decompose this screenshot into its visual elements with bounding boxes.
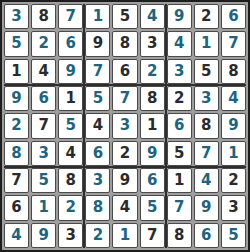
cell-r2c1[interactable]: 5 (4, 31, 29, 56)
cell-r4c6[interactable]: 8 (140, 86, 165, 111)
cell-r5c2[interactable]: 7 (31, 113, 56, 138)
cell-r3c9[interactable]: 8 (221, 59, 246, 84)
cell-r2c4[interactable]: 9 (85, 31, 110, 56)
box-2-3: 234689571 (167, 86, 246, 166)
cell-r1c6[interactable]: 4 (140, 4, 165, 29)
cell-r6c2[interactable]: 3 (31, 141, 56, 166)
cell-r8c1[interactable]: 6 (4, 195, 29, 220)
box-1-3: 926417358 (167, 4, 246, 84)
box-2-2: 578431629 (85, 86, 164, 166)
cell-r1c8[interactable]: 2 (194, 4, 219, 29)
cell-r2c6[interactable]: 3 (140, 31, 165, 56)
cell-r9c3[interactable]: 3 (58, 223, 83, 248)
cell-r9c7[interactable]: 8 (167, 223, 192, 248)
cell-r7c2[interactable]: 5 (31, 168, 56, 193)
cell-r8c9[interactable]: 3 (221, 195, 246, 220)
cell-r5c1[interactable]: 2 (4, 113, 29, 138)
cell-r9c1[interactable]: 4 (4, 223, 29, 248)
cell-r7c8[interactable]: 4 (194, 168, 219, 193)
cell-r6c3[interactable]: 4 (58, 141, 83, 166)
cell-r5c4[interactable]: 4 (85, 113, 110, 138)
cell-r9c2[interactable]: 9 (31, 223, 56, 248)
cell-r5c5[interactable]: 3 (112, 113, 137, 138)
cell-r2c9[interactable]: 7 (221, 31, 246, 56)
cell-r3c8[interactable]: 5 (194, 59, 219, 84)
cell-r6c5[interactable]: 2 (112, 141, 137, 166)
cell-r5c7[interactable]: 6 (167, 113, 192, 138)
cell-r2c8[interactable]: 1 (194, 31, 219, 56)
cell-r8c2[interactable]: 1 (31, 195, 56, 220)
sudoku-board: 3875261491549837629264173589612758345784… (0, 0, 250, 252)
cell-r5c9[interactable]: 9 (221, 113, 246, 138)
cell-r5c8[interactable]: 8 (194, 113, 219, 138)
cell-r3c5[interactable]: 6 (112, 59, 137, 84)
cell-r6c7[interactable]: 5 (167, 141, 192, 166)
cell-r1c3[interactable]: 7 (58, 4, 83, 29)
box-3-2: 396845217 (85, 168, 164, 248)
cell-r4c7[interactable]: 2 (167, 86, 192, 111)
cell-r1c5[interactable]: 5 (112, 4, 137, 29)
cell-r8c3[interactable]: 2 (58, 195, 83, 220)
box-3-3: 142793865 (167, 168, 246, 248)
cell-r3c3[interactable]: 9 (58, 59, 83, 84)
cell-r7c3[interactable]: 8 (58, 168, 83, 193)
cell-r4c3[interactable]: 1 (58, 86, 83, 111)
cell-r7c4[interactable]: 3 (85, 168, 110, 193)
cell-r8c5[interactable]: 4 (112, 195, 137, 220)
cell-r6c1[interactable]: 8 (4, 141, 29, 166)
cell-r3c6[interactable]: 2 (140, 59, 165, 84)
cell-r6c9[interactable]: 1 (221, 141, 246, 166)
cell-r5c6[interactable]: 1 (140, 113, 165, 138)
cell-r4c2[interactable]: 6 (31, 86, 56, 111)
cell-r7c9[interactable]: 2 (221, 168, 246, 193)
box-3-1: 758612493 (4, 168, 83, 248)
cell-r1c2[interactable]: 8 (31, 4, 56, 29)
cell-r9c5[interactable]: 1 (112, 223, 137, 248)
cell-r8c7[interactable]: 7 (167, 195, 192, 220)
cell-r3c1[interactable]: 1 (4, 59, 29, 84)
cell-r6c6[interactable]: 9 (140, 141, 165, 166)
cell-r8c4[interactable]: 8 (85, 195, 110, 220)
cell-r7c5[interactable]: 9 (112, 168, 137, 193)
cell-r3c2[interactable]: 4 (31, 59, 56, 84)
cell-r1c4[interactable]: 1 (85, 4, 110, 29)
cell-r4c4[interactable]: 5 (85, 86, 110, 111)
box-1-1: 387526149 (4, 4, 83, 84)
cell-r1c7[interactable]: 9 (167, 4, 192, 29)
cell-r4c8[interactable]: 3 (194, 86, 219, 111)
cell-r2c5[interactable]: 8 (112, 31, 137, 56)
cell-r7c7[interactable]: 1 (167, 168, 192, 193)
cell-r9c4[interactable]: 2 (85, 223, 110, 248)
cell-r6c4[interactable]: 6 (85, 141, 110, 166)
cell-r4c5[interactable]: 7 (112, 86, 137, 111)
cell-r5c3[interactable]: 5 (58, 113, 83, 138)
cell-r7c6[interactable]: 6 (140, 168, 165, 193)
cell-r1c9[interactable]: 6 (221, 4, 246, 29)
sudoku-box-grid: 3875261491549837629264173589612758345784… (4, 4, 246, 248)
cell-r6c8[interactable]: 7 (194, 141, 219, 166)
cell-r9c6[interactable]: 7 (140, 223, 165, 248)
cell-r1c1[interactable]: 3 (4, 4, 29, 29)
cell-r9c9[interactable]: 5 (221, 223, 246, 248)
cell-r8c8[interactable]: 9 (194, 195, 219, 220)
box-1-2: 154983762 (85, 4, 164, 84)
cell-r2c2[interactable]: 2 (31, 31, 56, 56)
cell-r2c3[interactable]: 6 (58, 31, 83, 56)
cell-r3c4[interactable]: 7 (85, 59, 110, 84)
cell-r9c8[interactable]: 6 (194, 223, 219, 248)
cell-r3c7[interactable]: 3 (167, 59, 192, 84)
cell-r2c7[interactable]: 4 (167, 31, 192, 56)
cell-r4c9[interactable]: 4 (221, 86, 246, 111)
cell-r7c1[interactable]: 7 (4, 168, 29, 193)
cell-r8c6[interactable]: 5 (140, 195, 165, 220)
cell-r4c1[interactable]: 9 (4, 86, 29, 111)
box-2-1: 961275834 (4, 86, 83, 166)
